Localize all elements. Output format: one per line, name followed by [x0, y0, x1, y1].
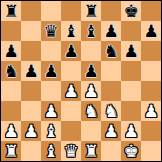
piece-black-king-g8[interactable]: ♚	[123, 1, 138, 21]
piece-black-pawn-c5[interactable]: ♟	[43, 61, 58, 81]
piece-black-knight-f6[interactable]: ♞	[103, 41, 118, 61]
square-b8[interactable]	[21, 1, 41, 21]
square-h5[interactable]	[141, 61, 161, 81]
square-c7[interactable]: ♛	[41, 21, 61, 41]
square-e1[interactable]: ♜	[81, 141, 101, 161]
square-a1[interactable]: ♜	[1, 141, 21, 161]
square-c3[interactable]: ♟	[41, 101, 61, 121]
square-h4[interactable]	[141, 81, 161, 101]
square-f6[interactable]: ♞	[101, 41, 121, 61]
square-d8[interactable]	[61, 1, 81, 21]
piece-black-pawn-e5[interactable]: ♟	[83, 61, 98, 81]
square-e2[interactable]	[81, 121, 101, 141]
piece-white-rook-e1[interactable]: ♜	[83, 141, 98, 161]
piece-white-queen-d1[interactable]: ♛	[63, 141, 78, 161]
piece-white-pawn-b2[interactable]: ♟	[23, 121, 38, 141]
square-b1[interactable]	[21, 141, 41, 161]
piece-black-rook-e8[interactable]: ♜	[83, 1, 98, 21]
piece-black-pawn-h7[interactable]: ♟	[143, 21, 158, 41]
piece-black-pawn-f7[interactable]: ♟	[103, 21, 118, 41]
square-b5[interactable]: ♟	[21, 61, 41, 81]
square-a2[interactable]: ♟	[1, 121, 21, 141]
piece-white-pawn-a2[interactable]: ♟	[3, 121, 18, 141]
piece-white-pawn-f2[interactable]: ♟	[103, 121, 118, 141]
square-h7[interactable]: ♟	[141, 21, 161, 41]
piece-white-bishop-c2[interactable]: ♝	[43, 121, 58, 141]
square-b6[interactable]	[21, 41, 41, 61]
piece-white-knight-e3[interactable]: ♞	[83, 101, 98, 121]
square-c5[interactable]: ♟	[41, 61, 61, 81]
square-c2[interactable]: ♝	[41, 121, 61, 141]
square-e7[interactable]: ♝	[81, 21, 101, 41]
square-d2[interactable]	[61, 121, 81, 141]
square-h2[interactable]	[141, 121, 161, 141]
square-f8[interactable]	[101, 1, 121, 21]
square-h8[interactable]	[141, 1, 161, 21]
square-a3[interactable]	[1, 101, 21, 121]
square-d3[interactable]	[61, 101, 81, 121]
square-d5[interactable]	[61, 61, 81, 81]
square-g7[interactable]	[121, 21, 141, 41]
piece-black-queen-c7[interactable]: ♛	[43, 21, 58, 41]
square-a8[interactable]: ♜	[1, 1, 21, 21]
square-e5[interactable]: ♟	[81, 61, 101, 81]
square-b4[interactable]	[21, 81, 41, 101]
piece-black-knight-a5[interactable]: ♞	[3, 61, 18, 81]
square-g5[interactable]	[121, 61, 141, 81]
piece-white-pawn-c3[interactable]: ♟	[43, 101, 58, 121]
square-b2[interactable]: ♟	[21, 121, 41, 141]
square-g3[interactable]	[121, 101, 141, 121]
square-h1[interactable]	[141, 141, 161, 161]
square-d7[interactable]: ♝	[61, 21, 81, 41]
piece-white-pawn-h3[interactable]: ♟	[143, 101, 158, 121]
square-g4[interactable]	[121, 81, 141, 101]
chess-board: ♜♜♚♛♝♝♟♟♟♟♞♟♞♟♟♟♟♟♟♞♞♟♟♟♝♟♟♜♝♛♜♚	[1, 1, 161, 161]
piece-black-bishop-d7[interactable]: ♝	[63, 21, 78, 41]
square-h3[interactable]: ♟	[141, 101, 161, 121]
square-c4[interactable]	[41, 81, 61, 101]
chess-board-frame: ♜♜♚♛♝♝♟♟♟♟♞♟♞♟♟♟♟♟♟♞♞♟♟♟♝♟♟♜♝♛♜♚	[0, 0, 162, 162]
piece-black-pawn-a6[interactable]: ♟	[3, 41, 18, 61]
piece-white-pawn-e4[interactable]: ♟	[83, 81, 98, 101]
square-f5[interactable]	[101, 61, 121, 81]
square-f7[interactable]: ♟	[101, 21, 121, 41]
piece-white-knight-f3[interactable]: ♞	[103, 101, 118, 121]
square-e6[interactable]	[81, 41, 101, 61]
square-d4[interactable]: ♟	[61, 81, 81, 101]
piece-white-pawn-d4[interactable]: ♟	[63, 81, 78, 101]
square-e4[interactable]: ♟	[81, 81, 101, 101]
piece-black-pawn-b5[interactable]: ♟	[23, 61, 38, 81]
square-f4[interactable]	[101, 81, 121, 101]
square-f3[interactable]: ♞	[101, 101, 121, 121]
square-c1[interactable]: ♝	[41, 141, 61, 161]
square-a7[interactable]	[1, 21, 21, 41]
piece-black-pawn-d6[interactable]: ♟	[63, 41, 78, 61]
square-d1[interactable]: ♛	[61, 141, 81, 161]
piece-black-rook-a8[interactable]: ♜	[3, 1, 18, 21]
square-g6[interactable]: ♟	[121, 41, 141, 61]
square-g8[interactable]: ♚	[121, 1, 141, 21]
square-g2[interactable]: ♟	[121, 121, 141, 141]
square-h6[interactable]	[141, 41, 161, 61]
piece-white-king-g1[interactable]: ♚	[123, 141, 138, 161]
square-e8[interactable]: ♜	[81, 1, 101, 21]
piece-white-pawn-g2[interactable]: ♟	[123, 121, 138, 141]
square-b7[interactable]	[21, 21, 41, 41]
piece-black-bishop-e7[interactable]: ♝	[83, 21, 98, 41]
piece-white-bishop-c1[interactable]: ♝	[43, 141, 58, 161]
square-b3[interactable]	[21, 101, 41, 121]
square-a6[interactable]: ♟	[1, 41, 21, 61]
square-d6[interactable]: ♟	[61, 41, 81, 61]
square-f2[interactable]: ♟	[101, 121, 121, 141]
square-a4[interactable]	[1, 81, 21, 101]
square-a5[interactable]: ♞	[1, 61, 21, 81]
piece-white-rook-a1[interactable]: ♜	[3, 141, 18, 161]
square-f1[interactable]	[101, 141, 121, 161]
square-c8[interactable]	[41, 1, 61, 21]
square-c6[interactable]	[41, 41, 61, 61]
square-e3[interactable]: ♞	[81, 101, 101, 121]
square-g1[interactable]: ♚	[121, 141, 141, 161]
piece-black-pawn-g6[interactable]: ♟	[123, 41, 138, 61]
